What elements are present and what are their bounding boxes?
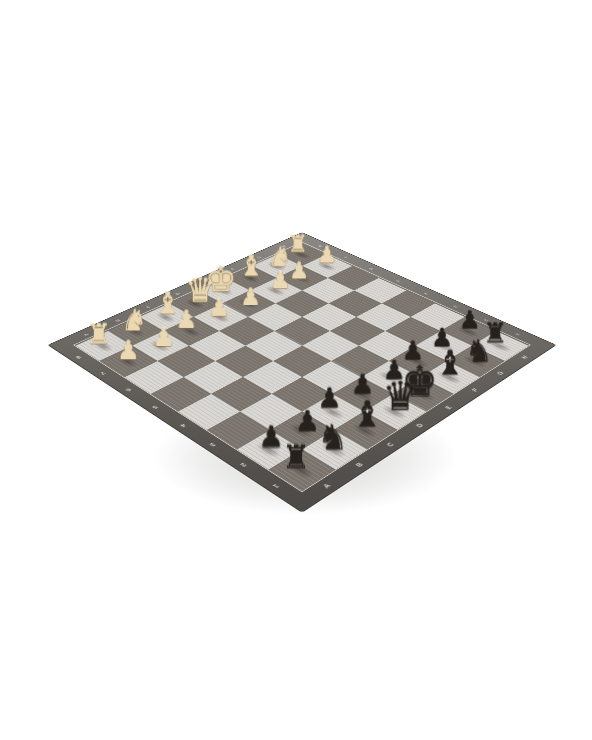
chessboard-scene: 87654321H♜♟♟♜HG♞♟♟♞GF♝♟♟♝FE♚♟♟♚ED♛♟♟♛DC♝… — [122, 165, 482, 525]
rank-label-text: 2 — [239, 462, 248, 468]
file-label-text: G — [496, 371, 505, 376]
pawn-glyph: ♟ — [175, 307, 197, 331]
rank-label-text: 3 — [452, 305, 458, 308]
rank-label-text: 5 — [395, 280, 401, 283]
pawn-glyph: ♟ — [459, 307, 481, 331]
rank-label-text: 6 — [125, 387, 133, 392]
pawn-glyph: ♟ — [317, 385, 342, 412]
file-label-text: A — [322, 483, 332, 490]
product-photo: 87654321H♜♟♟♜HG♞♟♟♞GF♝♟♟♝FE♚♟♟♚ED♛♟♟♛DC♝… — [0, 0, 592, 740]
rank-label-text: 4 — [423, 292, 429, 295]
piece-black-bishop-f1: ♝ — [435, 346, 465, 379]
rank-label-5-near: 5 — [133, 394, 178, 421]
piece-white-rook-a8: ♜ — [87, 321, 111, 348]
piece-black-bishop-c1: ♝ — [351, 395, 383, 431]
rank-label-text: 5 — [151, 405, 159, 410]
piece-black-queen-d1: ♛ — [383, 377, 418, 416]
pawn-glyph: ♟ — [208, 296, 230, 320]
file-label-text: E — [444, 405, 453, 410]
rook-glyph: ♜ — [282, 440, 311, 472]
piece-black-pawn-h2: ♟ — [459, 307, 481, 331]
rank-label-text: 1 — [272, 483, 281, 489]
rank-label-text: 8 — [75, 355, 82, 359]
piece-white-pawn-c7: ♟ — [175, 307, 197, 331]
pawn-glyph: ♟ — [270, 269, 291, 292]
pawn-glyph: ♟ — [117, 337, 140, 363]
piece-black-rook-a1: ♜ — [282, 440, 311, 472]
rank-label-text: 7 — [99, 371, 107, 375]
file-label-text: H — [521, 355, 530, 360]
queen-glyph: ♛ — [383, 377, 418, 416]
bishop-glyph: ♝ — [238, 251, 264, 280]
piece-black-pawn-a2: ♟ — [258, 423, 284, 452]
file-label-text: C — [386, 442, 396, 448]
file-label-text: B — [355, 462, 365, 468]
piece-white-pawn-d7: ♟ — [208, 296, 230, 320]
pawn-glyph: ♟ — [317, 244, 337, 266]
piece-white-pawn-a7: ♟ — [117, 337, 140, 363]
file-label-e-near: E — [426, 394, 471, 421]
rank-label-text: 1 — [515, 333, 522, 336]
rook-glyph: ♜ — [87, 321, 111, 348]
pawn-glyph: ♟ — [258, 423, 284, 452]
chessboard: 87654321H♜♟♟♜HG♞♟♟♞GF♝♟♟♝FE♚♟♟♚ED♛♟♟♛DC♝… — [47, 232, 556, 513]
rank-label-text: 6 — [368, 268, 374, 271]
piece-white-bishop-f8: ♝ — [238, 251, 264, 280]
bishop-glyph: ♝ — [351, 395, 383, 431]
file-label-text: D — [416, 423, 426, 429]
file-label-text: F — [471, 387, 480, 392]
rank-label-text: 7 — [342, 256, 348, 259]
piece-white-pawn-f7: ♟ — [270, 269, 291, 292]
piece-black-pawn-c2: ♟ — [317, 385, 342, 412]
board-frame: 87654321H♜♟♟♜HG♞♟♟♞GF♝♟♟♝FE♚♟♟♚ED♛♟♟♛DC♝… — [47, 232, 556, 513]
rank-label-text: 3 — [209, 442, 218, 447]
rank-label-text: 4 — [179, 423, 187, 428]
bishop-glyph: ♝ — [435, 346, 465, 379]
piece-white-pawn-h7: ♟ — [317, 244, 337, 266]
